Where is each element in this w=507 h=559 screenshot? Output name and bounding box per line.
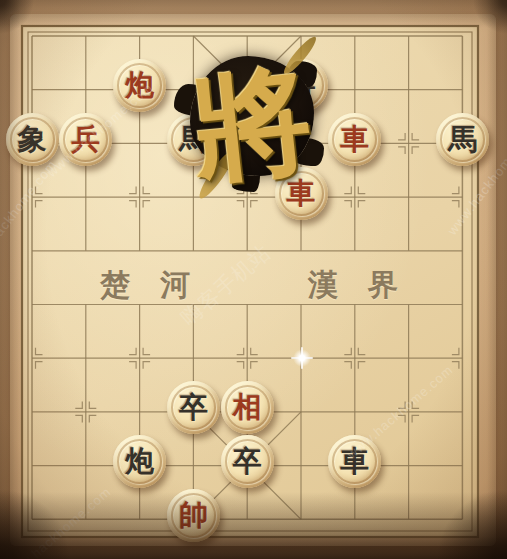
piece-glyph: 帥 [179,501,208,530]
piece-glyph: 象 [18,125,47,154]
piece-black-elephant[interactable]: 象 [6,113,59,166]
piece-glyph: 馬 [448,125,477,154]
game-screen: 楚河 漢界 象兵炮馬将車馬車卒相炮卒車帥 將 www.hackhome.comw… [0,0,507,559]
piece-glyph: 車 [287,179,316,208]
piece-glyph: 兵 [71,125,100,154]
piece-red-general[interactable]: 帥 [167,489,220,542]
piece-red-chariot[interactable]: 車 [275,167,328,220]
piece-glyph: 卒 [179,393,208,422]
piece-glyph: 相 [233,393,262,422]
piece-black-soldier[interactable]: 卒 [221,435,274,488]
piece-black-horse[interactable]: 馬 [167,113,220,166]
piece-glyph: 車 [340,447,369,476]
piece-black-soldier[interactable]: 卒 [167,381,220,434]
piece-red-soldier[interactable]: 兵 [59,113,112,166]
piece-glyph: 将 [287,71,316,100]
piece-black-cannon[interactable]: 炮 [113,435,166,488]
piece-glyph: 卒 [233,447,262,476]
river-label-han: 漢界 [308,265,428,306]
piece-glyph: 馬 [179,125,208,154]
piece-red-chariot[interactable]: 車 [328,113,381,166]
piece-red-minister[interactable]: 相 [221,381,274,434]
river-label-chu: 楚河 [100,265,220,306]
piece-black-general[interactable]: 将 [275,59,328,112]
piece-glyph: 車 [340,125,369,154]
piece-glyph: 炮 [125,447,154,476]
piece-glyph: 炮 [125,71,154,100]
piece-black-horse[interactable]: 馬 [436,113,489,166]
piece-red-cannon[interactable]: 炮 [113,59,166,112]
